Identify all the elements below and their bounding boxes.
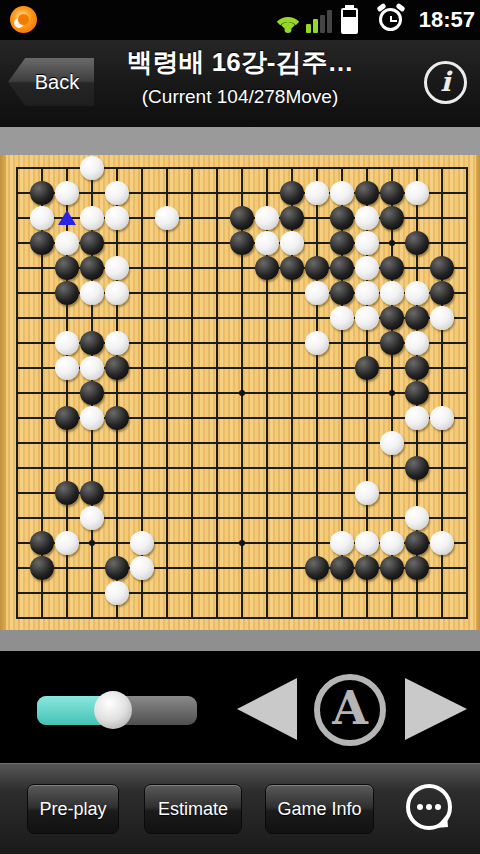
- black-stone: [80, 481, 104, 505]
- white-stone: [80, 406, 104, 430]
- white-stone: [405, 281, 429, 305]
- black-stone: [405, 356, 429, 380]
- white-stone: [105, 581, 129, 605]
- notification-app-icon: [10, 6, 37, 33]
- estimate-button[interactable]: Estimate: [144, 784, 242, 834]
- bottom-button-bar: Pre-play Estimate Game Info: [0, 763, 480, 854]
- white-stone: [130, 556, 154, 580]
- black-stone: [380, 181, 404, 205]
- white-stone: [355, 306, 379, 330]
- move-slider-thumb[interactable]: [94, 691, 132, 729]
- white-stone: [330, 181, 354, 205]
- white-stone: [105, 331, 129, 355]
- white-stone: [80, 281, 104, 305]
- black-stone: [230, 231, 254, 255]
- black-stone: [405, 556, 429, 580]
- black-stone: [405, 231, 429, 255]
- white-stone: [105, 181, 129, 205]
- white-stone: [105, 206, 129, 230]
- back-button-label: Back: [23, 71, 79, 94]
- go-review-app-screen: { "game": "go", "status_bar": { "time": …: [0, 0, 480, 854]
- white-stone: [155, 206, 179, 230]
- star-point: [89, 540, 95, 546]
- black-stone: [305, 256, 329, 280]
- white-stone: [305, 331, 329, 355]
- black-stone: [430, 256, 454, 280]
- pre-play-button[interactable]: Pre-play: [27, 784, 119, 834]
- black-stone: [80, 231, 104, 255]
- white-stone: [355, 281, 379, 305]
- chat-button[interactable]: [406, 784, 456, 834]
- black-stone: [30, 181, 54, 205]
- info-icon: i: [440, 66, 450, 97]
- white-stone: [430, 306, 454, 330]
- white-stone: [80, 356, 104, 380]
- white-stone: [355, 481, 379, 505]
- black-stone: [355, 556, 379, 580]
- alarm-clock-icon: [376, 5, 406, 35]
- black-stone: [405, 306, 429, 330]
- triangle-marker: [58, 210, 76, 225]
- black-stone: [80, 331, 104, 355]
- game-info-button[interactable]: Game Info: [265, 784, 374, 834]
- black-stone: [30, 231, 54, 255]
- black-stone: [255, 256, 279, 280]
- black-stone: [380, 206, 404, 230]
- white-stone: [405, 181, 429, 205]
- white-stone: [355, 531, 379, 555]
- black-stone: [280, 256, 304, 280]
- white-stone: [330, 306, 354, 330]
- black-stone: [330, 206, 354, 230]
- white-stone: [55, 531, 79, 555]
- white-stone: [105, 256, 129, 280]
- black-stone: [355, 181, 379, 205]
- move-counter-text: (Current 104/278Move): [95, 86, 385, 108]
- black-stone: [30, 556, 54, 580]
- back-button[interactable]: Back: [8, 56, 94, 108]
- black-stone: [55, 256, 79, 280]
- white-stone: [30, 206, 54, 230]
- white-stone: [105, 281, 129, 305]
- black-stone: [305, 556, 329, 580]
- black-stone: [330, 256, 354, 280]
- black-stone: [55, 406, 79, 430]
- signal-strength-icon: [306, 9, 334, 33]
- white-stone: [355, 231, 379, 255]
- black-stone: [80, 381, 104, 405]
- go-board[interactable]: [0, 155, 480, 630]
- black-stone: [80, 256, 104, 280]
- white-stone: [405, 331, 429, 355]
- black-stone: [330, 281, 354, 305]
- white-stone: [355, 256, 379, 280]
- white-stone: [280, 231, 304, 255]
- white-stone: [255, 231, 279, 255]
- black-stone: [230, 206, 254, 230]
- star-point: [239, 540, 245, 546]
- white-stone: [55, 331, 79, 355]
- black-stone: [380, 331, 404, 355]
- white-stone: [80, 506, 104, 530]
- black-stone: [55, 281, 79, 305]
- bottom-gray-band: [0, 630, 480, 651]
- black-stone: [105, 556, 129, 580]
- white-stone: [130, 531, 154, 555]
- black-stone: [405, 456, 429, 480]
- black-stone: [355, 356, 379, 380]
- star-point: [239, 390, 245, 396]
- white-stone: [430, 406, 454, 430]
- black-stone: [105, 406, 129, 430]
- white-stone: [55, 231, 79, 255]
- white-stone: [380, 281, 404, 305]
- next-move-button[interactable]: [405, 678, 467, 740]
- star-point: [389, 240, 395, 246]
- status-time: 18:57: [419, 7, 475, 33]
- game-title: 백령배 16강-김주…: [95, 45, 385, 80]
- move-slider[interactable]: [37, 696, 197, 725]
- black-stone: [55, 481, 79, 505]
- black-stone: [380, 256, 404, 280]
- black-stone: [405, 531, 429, 555]
- white-stone: [55, 181, 79, 205]
- white-stone: [80, 206, 104, 230]
- battery-icon: [341, 5, 358, 34]
- previous-move-button[interactable]: [237, 678, 297, 740]
- playback-control-bar: A: [0, 651, 480, 763]
- white-stone: [380, 431, 404, 455]
- white-stone: [305, 181, 329, 205]
- white-stone: [430, 531, 454, 555]
- auto-play-button[interactable]: A: [314, 674, 386, 746]
- black-stone: [280, 181, 304, 205]
- black-stone: [105, 356, 129, 380]
- wifi-icon: [272, 7, 304, 33]
- black-stone: [330, 231, 354, 255]
- status-bar: 18:57: [0, 0, 480, 40]
- white-stone: [330, 531, 354, 555]
- black-stone: [380, 556, 404, 580]
- info-button[interactable]: i: [424, 61, 467, 104]
- black-stone: [430, 281, 454, 305]
- white-stone: [55, 356, 79, 380]
- white-stone: [380, 531, 404, 555]
- white-stone: [405, 406, 429, 430]
- white-stone: [405, 506, 429, 530]
- black-stone: [405, 381, 429, 405]
- star-point: [389, 390, 395, 396]
- auto-play-letter: A: [332, 681, 368, 735]
- white-stone: [355, 206, 379, 230]
- white-stone: [305, 281, 329, 305]
- black-stone: [330, 556, 354, 580]
- black-stone: [380, 306, 404, 330]
- title-bar: Back 백령배 16강-김주… (Current 104/278Move) i: [0, 40, 480, 127]
- top-gray-band: [0, 127, 480, 155]
- black-stone: [30, 531, 54, 555]
- black-stone: [280, 206, 304, 230]
- white-stone: [80, 156, 104, 180]
- white-stone: [255, 206, 279, 230]
